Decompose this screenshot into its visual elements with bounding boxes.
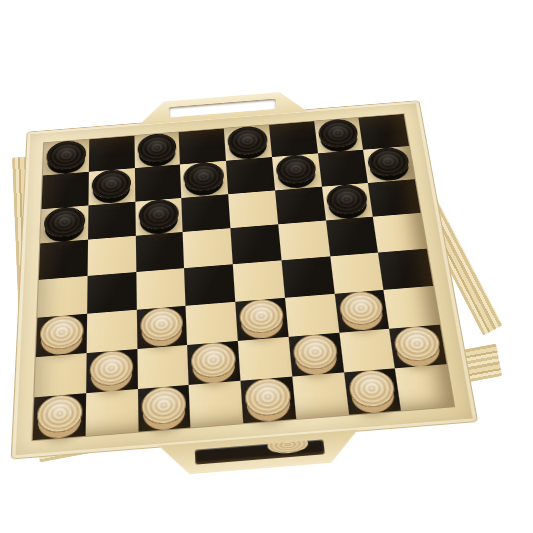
scene [0,0,533,533]
square-d7 [187,340,240,385]
natural-checker-f7 [292,333,340,371]
back-carry-handle [139,90,307,125]
square-a7 [34,353,86,398]
square-h5 [378,249,433,290]
black-checker-e1 [227,125,268,156]
square-a8 [33,393,86,440]
black-checker-c1 [137,132,177,163]
square-c3 [135,198,183,236]
black-checker-h2 [366,146,410,178]
natural-checker-a6 [39,314,83,351]
square-e1 [224,125,272,161]
board [33,114,454,440]
square-e4 [230,225,281,265]
square-a4 [39,240,88,280]
square-d8 [189,381,243,427]
front-carry-handle [159,430,362,477]
square-h7 [389,324,446,368]
square-h8 [395,364,454,410]
square-f4 [278,221,330,261]
square-g5 [330,253,384,294]
square-f7 [288,332,343,376]
square-a2 [42,172,89,209]
natural-checker-e8 [244,377,292,417]
square-g6 [334,290,389,333]
wooden-tray [11,100,479,459]
checker-visible-through-slot [267,439,309,454]
square-b1 [89,136,135,172]
black-checker-c3 [138,198,179,231]
black-checker-g1 [317,118,360,149]
square-f8 [292,373,349,419]
square-e3 [228,190,278,228]
square-f1 [269,121,318,157]
natural-checker-g6 [338,290,386,327]
square-c7 [137,345,189,390]
square-g1 [314,118,364,154]
square-c4 [135,232,184,272]
square-d5 [184,264,235,305]
square-b6 [86,310,136,353]
square-c8 [137,385,190,432]
square-d4 [183,228,233,268]
product-photo-stage [0,0,533,533]
square-h3 [368,179,421,217]
square-b5 [87,272,136,313]
square-c5 [136,268,186,309]
square-b7 [86,349,138,394]
natural-checker-c6 [140,306,184,343]
square-b8 [85,389,138,436]
natural-checker-e6 [239,298,285,335]
square-g8 [344,369,402,415]
square-c1 [134,132,180,168]
square-e8 [240,377,295,423]
square-a3 [40,205,88,244]
square-g2 [317,150,368,187]
natural-checker-b7 [89,349,133,388]
square-f6 [285,294,339,337]
black-checker-a3 [44,205,85,238]
front-handle-slot [194,439,324,464]
square-g7 [339,328,395,372]
square-f5 [281,256,334,297]
square-b3 [88,201,136,240]
natural-checker-h7 [393,325,443,363]
square-b4 [87,236,135,276]
square-a5 [37,276,87,318]
black-checker-d2 [183,161,224,193]
square-h2 [363,146,414,183]
natural-checker-d7 [191,341,237,380]
square-h4 [373,213,427,252]
square-f3 [275,186,326,224]
natural-checker-c8 [141,385,187,425]
square-c6 [136,306,187,349]
square-c2 [134,164,181,201]
square-a1 [43,139,89,175]
square-b2 [88,168,135,205]
square-d6 [186,302,238,345]
square-e5 [233,260,285,301]
natural-checker-g8 [347,369,397,409]
square-d1 [179,129,226,165]
black-checker-g3 [325,183,370,216]
square-e6 [235,298,288,341]
black-checker-b2 [91,168,131,200]
square-a6 [36,314,87,357]
square-d3 [181,194,230,232]
square-e2 [226,157,275,194]
square-h1 [359,114,409,149]
square-h6 [384,286,440,329]
square-g3 [321,183,373,221]
natural-checker-a8 [36,394,82,434]
black-checker-a1 [46,140,86,171]
square-g4 [326,217,379,257]
square-d2 [180,161,228,198]
back-handle-slot [169,99,277,118]
square-f2 [272,153,322,190]
black-checker-f2 [275,153,318,185]
square-e7 [238,336,292,381]
